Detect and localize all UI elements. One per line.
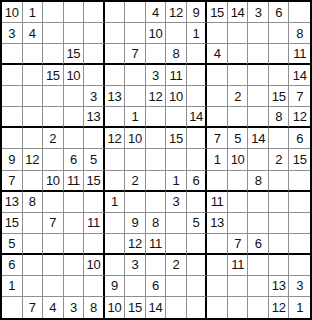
cell-r2c10: 1: [187, 23, 208, 44]
cell-r13c1: 6: [2, 255, 23, 276]
cell-r14c15: 3: [289, 276, 310, 297]
cell-r8c9[interactable]: [166, 149, 187, 170]
cell-r3c12[interactable]: [228, 44, 249, 65]
cell-r8c5: 5: [84, 149, 105, 170]
cell-r10c3[interactable]: [43, 192, 64, 213]
cell-r12c1: 5: [2, 234, 23, 255]
cell-r1c11: 15: [207, 2, 228, 23]
cell-r2c11[interactable]: [207, 23, 228, 44]
cell-r9c7: 2: [125, 171, 146, 192]
cell-r3c11: 4: [207, 44, 228, 65]
cell-r13c2[interactable]: [23, 255, 44, 276]
cell-r1c7[interactable]: [125, 2, 146, 23]
cell-r9c15[interactable]: [289, 171, 310, 192]
cell-r5c10[interactable]: [187, 86, 208, 107]
cell-r8c2: 12: [23, 149, 44, 170]
cell-r4c6[interactable]: [105, 65, 126, 86]
cell-r11c15[interactable]: [289, 213, 310, 234]
cell-r2c5[interactable]: [84, 23, 105, 44]
cell-r4c10[interactable]: [187, 65, 208, 86]
cell-r12c13: 6: [248, 234, 269, 255]
cell-r4c9: 11: [166, 65, 187, 86]
cell-r2c12[interactable]: [228, 23, 249, 44]
cell-r14c7[interactable]: [125, 276, 146, 297]
cell-r8c14: 2: [269, 149, 290, 170]
cell-r8c4: 6: [64, 149, 85, 170]
cell-r1c1: 10: [2, 2, 23, 23]
cell-r1c3[interactable]: [43, 2, 64, 23]
cell-r8c12: 10: [228, 149, 249, 170]
cell-r9c4: 11: [64, 171, 85, 192]
cell-r13c11[interactable]: [207, 255, 228, 276]
cell-r4c3: 15: [43, 65, 64, 86]
cell-r9c6[interactable]: [105, 171, 126, 192]
cell-r5c2[interactable]: [23, 86, 44, 107]
cell-r8c8[interactable]: [146, 149, 167, 170]
cell-r14c14: 13: [269, 276, 290, 297]
cell-r15c3: 4: [43, 297, 64, 318]
cell-r9c3: 10: [43, 171, 64, 192]
cell-r7c10[interactable]: [187, 128, 208, 149]
cell-r3c2[interactable]: [23, 44, 44, 65]
cell-r11c11: 13: [207, 213, 228, 234]
cell-r11c13[interactable]: [248, 213, 269, 234]
cell-r5c13[interactable]: [248, 86, 269, 107]
cell-r10c10[interactable]: [187, 192, 208, 213]
cell-r6c12[interactable]: [228, 107, 249, 128]
cell-r1c5[interactable]: [84, 2, 105, 23]
cell-r12c9[interactable]: [166, 234, 187, 255]
cell-r9c12[interactable]: [228, 171, 249, 192]
cell-r3c4: 15: [64, 44, 85, 65]
cell-r2c1: 3: [2, 23, 23, 44]
cell-r9c11[interactable]: [207, 171, 228, 192]
cell-r6c14: 8: [269, 107, 290, 128]
cell-r6c15: 12: [289, 107, 310, 128]
cell-r3c3[interactable]: [43, 44, 64, 65]
cell-r8c6[interactable]: [105, 149, 126, 170]
cell-r6c9[interactable]: [166, 107, 187, 128]
cell-r5c9: 10: [166, 86, 187, 107]
cell-r4c12[interactable]: [228, 65, 249, 86]
cell-r15c1[interactable]: [2, 297, 23, 318]
cell-r7c7: 10: [125, 128, 146, 149]
cell-r15c4: 3: [64, 297, 85, 318]
cell-r6c4[interactable]: [64, 107, 85, 128]
cell-r4c8: 3: [146, 65, 167, 86]
cell-r6c2[interactable]: [23, 107, 44, 128]
cell-r13c10[interactable]: [187, 255, 208, 276]
cell-r1c12: 14: [228, 2, 249, 23]
cell-r12c2[interactable]: [23, 234, 44, 255]
cell-r4c5[interactable]: [84, 65, 105, 86]
cell-r6c8[interactable]: [146, 107, 167, 128]
cell-r10c4[interactable]: [64, 192, 85, 213]
cell-r7c5[interactable]: [84, 128, 105, 149]
cell-r13c9: 2: [166, 255, 187, 276]
cell-r4c11[interactable]: [207, 65, 228, 86]
cell-r15c14: 12: [269, 297, 290, 318]
cell-r6c5: 13: [84, 107, 105, 128]
cell-r7c13: 14: [248, 128, 269, 149]
cell-r13c7: 3: [125, 255, 146, 276]
cell-r15c7: 15: [125, 297, 146, 318]
cell-r8c13[interactable]: [248, 149, 269, 170]
cell-r9c14[interactable]: [269, 171, 290, 192]
cell-r3c9: 8: [166, 44, 187, 65]
cell-r14c1: 1: [2, 276, 23, 297]
cell-r7c15: 6: [289, 128, 310, 149]
cell-r3c15: 11: [289, 44, 310, 65]
cell-r14c13[interactable]: [248, 276, 269, 297]
cell-r2c3[interactable]: [43, 23, 64, 44]
cell-r11c10: 5: [187, 213, 208, 234]
cell-r9c8[interactable]: [146, 171, 167, 192]
cell-r13c4[interactable]: [64, 255, 85, 276]
cell-r5c4[interactable]: [64, 86, 85, 107]
cell-r14c3[interactable]: [43, 276, 64, 297]
cell-r9c1: 7: [2, 171, 23, 192]
cell-r2c9[interactable]: [166, 23, 187, 44]
cell-r8c7[interactable]: [125, 149, 146, 170]
cell-r11c5: 11: [84, 213, 105, 234]
cell-r3c13[interactable]: [248, 44, 269, 65]
cell-r13c3[interactable]: [43, 255, 64, 276]
cell-r5c1[interactable]: [2, 86, 23, 107]
cell-r4c2[interactable]: [23, 65, 44, 86]
cell-r9c13: 8: [248, 171, 269, 192]
cell-r8c3[interactable]: [43, 149, 64, 170]
cell-r10c7[interactable]: [125, 192, 146, 213]
cell-r8c1: 9: [2, 149, 23, 170]
cell-r15c6: 10: [105, 297, 126, 318]
cell-r3c6[interactable]: [105, 44, 126, 65]
cell-r12c15[interactable]: [289, 234, 310, 255]
sudoku-board: 1014129151436341018157841115103111431312…: [0, 0, 312, 320]
cell-r15c9[interactable]: [166, 297, 187, 318]
cell-r6c11[interactable]: [207, 107, 228, 128]
cell-r9c5: 15: [84, 171, 105, 192]
cell-r3c14[interactable]: [269, 44, 290, 65]
cell-r12c11[interactable]: [207, 234, 228, 255]
cell-r9c2[interactable]: [23, 171, 44, 192]
cell-r7c14[interactable]: [269, 128, 290, 149]
cell-r6c6[interactable]: [105, 107, 126, 128]
cell-r7c2[interactable]: [23, 128, 44, 149]
cell-r2c13[interactable]: [248, 23, 269, 44]
cell-r5c14: 15: [269, 86, 290, 107]
cell-r12c4[interactable]: [64, 234, 85, 255]
cell-r5c6: 13: [105, 86, 126, 107]
cell-r3c5[interactable]: [84, 44, 105, 65]
cell-r10c15[interactable]: [289, 192, 310, 213]
cell-r12c6[interactable]: [105, 234, 126, 255]
cell-r15c8: 14: [146, 297, 167, 318]
cell-r8c10[interactable]: [187, 149, 208, 170]
cell-r14c6: 9: [105, 276, 126, 297]
cell-r13c6[interactable]: [105, 255, 126, 276]
cell-r8c11: 1: [207, 149, 228, 170]
cell-r10c9: 3: [166, 192, 187, 213]
cell-r11c12[interactable]: [228, 213, 249, 234]
cell-r4c15: 14: [289, 65, 310, 86]
cell-r15c15: 1: [289, 297, 310, 318]
cell-r12c5[interactable]: [84, 234, 105, 255]
cell-r13c15[interactable]: [289, 255, 310, 276]
cell-r1c4[interactable]: [64, 2, 85, 23]
cell-r14c11[interactable]: [207, 276, 228, 297]
cell-r12c14[interactable]: [269, 234, 290, 255]
cell-r6c13[interactable]: [248, 107, 269, 128]
cell-r5c5: 3: [84, 86, 105, 107]
cell-r11c4[interactable]: [64, 213, 85, 234]
cell-r4c14[interactable]: [269, 65, 290, 86]
cell-r2c8: 10: [146, 23, 167, 44]
cell-r10c5[interactable]: [84, 192, 105, 213]
cell-r8c15: 15: [289, 149, 310, 170]
cell-r12c3[interactable]: [43, 234, 64, 255]
cell-r7c6: 12: [105, 128, 126, 149]
cell-r6c3[interactable]: [43, 107, 64, 128]
cell-r5c8: 12: [146, 86, 167, 107]
cell-r1c13: 3: [248, 2, 269, 23]
cell-r3c10[interactable]: [187, 44, 208, 65]
cell-r12c10[interactable]: [187, 234, 208, 255]
cell-r7c11: 7: [207, 128, 228, 149]
cell-r1c10: 9: [187, 2, 208, 23]
cell-r9c9: 1: [166, 171, 187, 192]
cell-r15c2: 7: [23, 297, 44, 318]
cell-r10c2: 8: [23, 192, 44, 213]
cell-r11c6[interactable]: [105, 213, 126, 234]
cell-r1c2: 1: [23, 2, 44, 23]
cell-r3c7: 7: [125, 44, 146, 65]
cell-r13c14[interactable]: [269, 255, 290, 276]
cell-r1c15[interactable]: [289, 2, 310, 23]
cell-r7c9: 15: [166, 128, 187, 149]
cell-r11c7: 9: [125, 213, 146, 234]
cell-r1c8: 4: [146, 2, 167, 23]
cell-r3c8[interactable]: [146, 44, 167, 65]
cell-r10c11: 11: [207, 192, 228, 213]
cell-r9c10: 6: [187, 171, 208, 192]
cell-r5c12: 2: [228, 86, 249, 107]
cell-r2c7[interactable]: [125, 23, 146, 44]
cell-r14c2[interactable]: [23, 276, 44, 297]
cell-r10c14[interactable]: [269, 192, 290, 213]
cell-r14c4[interactable]: [64, 276, 85, 297]
cell-r2c6[interactable]: [105, 23, 126, 44]
cell-r15c12[interactable]: [228, 297, 249, 318]
cell-r10c1: 13: [2, 192, 23, 213]
cell-r2c4[interactable]: [64, 23, 85, 44]
cell-r15c10[interactable]: [187, 297, 208, 318]
cell-r10c13[interactable]: [248, 192, 269, 213]
cell-r4c4: 10: [64, 65, 85, 86]
cell-r1c6[interactable]: [105, 2, 126, 23]
cell-r5c15: 7: [289, 86, 310, 107]
cell-r5c7[interactable]: [125, 86, 146, 107]
cell-r4c7[interactable]: [125, 65, 146, 86]
cell-r15c13[interactable]: [248, 297, 269, 318]
cell-r14c5[interactable]: [84, 276, 105, 297]
cell-r2c2: 4: [23, 23, 44, 44]
cell-r10c8[interactable]: [146, 192, 167, 213]
cell-r6c7: 1: [125, 107, 146, 128]
cell-r13c5: 10: [84, 255, 105, 276]
cell-r12c12: 7: [228, 234, 249, 255]
cell-r14c10[interactable]: [187, 276, 208, 297]
cell-r7c12: 5: [228, 128, 249, 149]
cell-r6c10: 14: [187, 107, 208, 128]
cell-r10c6: 1: [105, 192, 126, 213]
cell-r1c14: 6: [269, 2, 290, 23]
cell-r3c1[interactable]: [2, 44, 23, 65]
cell-r11c1: 15: [2, 213, 23, 234]
cell-r7c4[interactable]: [64, 128, 85, 149]
cell-r14c9[interactable]: [166, 276, 187, 297]
cell-r14c12[interactable]: [228, 276, 249, 297]
cell-r11c14[interactable]: [269, 213, 290, 234]
cell-r6c1[interactable]: [2, 107, 23, 128]
cell-r13c13[interactable]: [248, 255, 269, 276]
cell-r5c11[interactable]: [207, 86, 228, 107]
cell-r2c14[interactable]: [269, 23, 290, 44]
cell-r5c3[interactable]: [43, 86, 64, 107]
cell-r13c12: 11: [228, 255, 249, 276]
cell-r4c13[interactable]: [248, 65, 269, 86]
cell-r14c8: 6: [146, 276, 167, 297]
cell-r13c8[interactable]: [146, 255, 167, 276]
cell-r1c9: 12: [166, 2, 187, 23]
cell-r11c9[interactable]: [166, 213, 187, 234]
cell-r11c3: 7: [43, 213, 64, 234]
cell-r7c8[interactable]: [146, 128, 167, 149]
cell-r2c15: 8: [289, 23, 310, 44]
cell-r10c12[interactable]: [228, 192, 249, 213]
cell-r12c7: 12: [125, 234, 146, 255]
cell-r15c5: 8: [84, 297, 105, 318]
cell-r4c1[interactable]: [2, 65, 23, 86]
cell-r7c1[interactable]: [2, 128, 23, 149]
cell-r11c8: 8: [146, 213, 167, 234]
cell-r15c11[interactable]: [207, 297, 228, 318]
cell-r11c2[interactable]: [23, 213, 44, 234]
cell-r7c3: 2: [43, 128, 64, 149]
cell-r12c8: 11: [146, 234, 167, 255]
